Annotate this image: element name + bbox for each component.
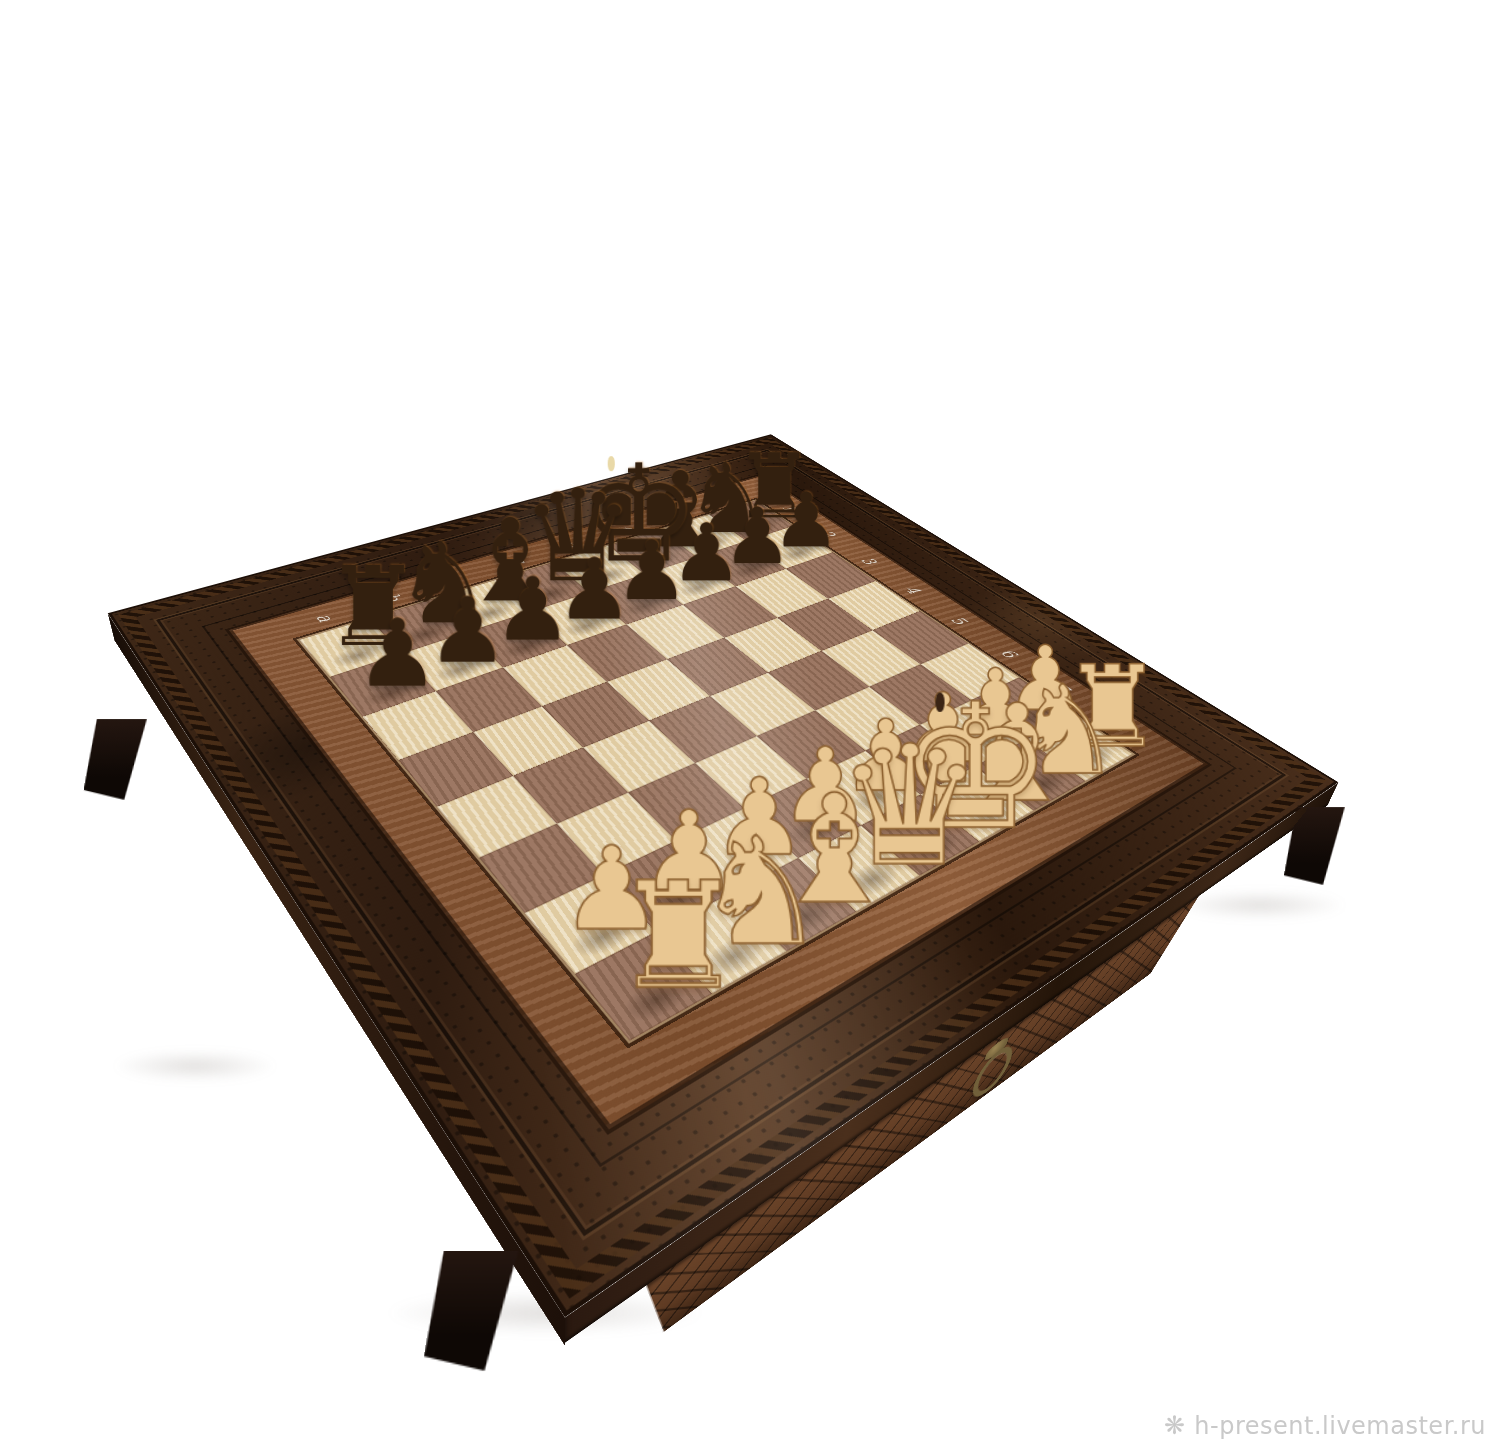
photo-scene: abcdefgh 12345678 ♜♞♝♛♚♝♞♜♟♟♟♟♟♟♟♟♟♟♟♟♟♟… — [0, 0, 1500, 1452]
watermark-text: h-present.livemaster.ru — [1194, 1412, 1486, 1440]
box-foot — [422, 1251, 523, 1371]
watermark-flower-icon: ❋ — [1164, 1411, 1185, 1440]
piece-black-pawn[interactable]: ♟ — [356, 609, 433, 698]
watermark: ❋ h-present.livemaster.ru — [1164, 1411, 1486, 1440]
piece-white-rook[interactable]: ♜ — [613, 867, 713, 1007]
box-foot — [82, 719, 150, 800]
carved-chess-box: abcdefgh 12345678 ♜♞♝♛♚♝♞♜♟♟♟♟♟♟♟♟♟♟♟♟♟♟… — [108, 434, 1339, 1317]
